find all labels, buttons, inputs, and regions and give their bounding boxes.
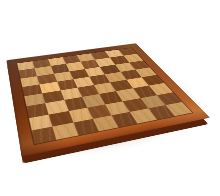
square-g2 [140,95,165,108]
square-e3 [99,91,122,104]
square-g1 [148,105,175,120]
square-d4 [77,85,99,97]
square-b3 [45,100,68,114]
square-d2 [87,104,112,119]
photo-background [0,0,220,196]
square-e2 [105,101,130,115]
square-f2 [123,98,148,112]
square-b2 [49,111,73,127]
square-h1 [165,102,192,116]
square-d1 [92,115,118,131]
square-f3 [116,88,140,101]
square-c2 [68,107,92,122]
square-g3 [133,86,157,98]
square-d3 [82,94,105,107]
square-e1 [111,112,137,128]
square-b1 [53,122,78,139]
square-h2 [157,92,182,105]
square-a2 [29,114,53,130]
square-a3 [26,103,48,118]
square-f1 [130,108,157,123]
square-a5 [22,84,42,96]
square-c3 [64,97,87,111]
chess-board-scene [14,5,174,165]
square-h3 [149,83,173,95]
square-a1 [32,126,57,144]
square-c4 [60,88,82,100]
square-a4 [24,93,45,106]
square-c1 [73,119,99,136]
square-b4 [42,90,63,103]
